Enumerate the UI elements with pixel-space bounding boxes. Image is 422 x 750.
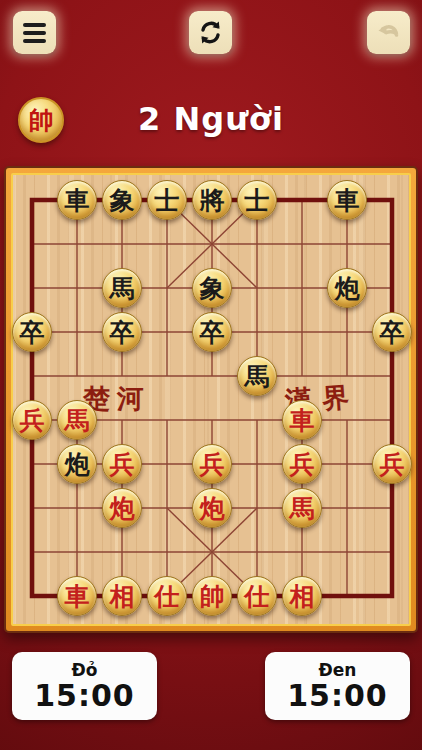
piece-red-r7c6[interactable]: 馬 [282, 488, 322, 528]
xiangqi-board[interactable]: 楚河 漢界 車象士將士車馬象炮卒卒卒卒馬兵馬車炮兵兵兵兵炮炮馬車相仕帥仕相 [11, 173, 411, 626]
piece-red-r9c1[interactable]: 車 [57, 576, 97, 616]
piece-red-r9c4[interactable]: 帥 [192, 576, 232, 616]
piece-black-r0c5[interactable]: 士 [237, 180, 277, 220]
piece-black-r4c5[interactable]: 馬 [237, 356, 277, 396]
piece-black-r6c1[interactable]: 炮 [57, 444, 97, 484]
page-title: 2 Người [0, 100, 422, 138]
undo-button[interactable] [367, 11, 410, 54]
undo-arrow-icon [375, 20, 403, 46]
piece-black-r0c4[interactable]: 將 [192, 180, 232, 220]
red-clock-label: Đỏ [72, 660, 98, 680]
piece-black-r0c3[interactable]: 士 [147, 180, 187, 220]
piece-red-r6c4[interactable]: 兵 [192, 444, 232, 484]
piece-red-r6c2[interactable]: 兵 [102, 444, 142, 484]
board-grid [32, 200, 392, 596]
piece-red-r5c0[interactable]: 兵 [12, 400, 52, 440]
piece-black-r3c0[interactable]: 卒 [12, 312, 52, 352]
hamburger-icon [23, 23, 46, 27]
app-screen: 帥 2 Người [0, 0, 422, 750]
black-clock: Đen 15:00 [265, 652, 410, 720]
piece-red-r7c4[interactable]: 炮 [192, 488, 232, 528]
piece-red-r6c8[interactable]: 兵 [372, 444, 412, 484]
red-clock: Đỏ 15:00 [12, 652, 157, 720]
menu-button[interactable] [13, 11, 56, 54]
piece-black-r0c1[interactable]: 車 [57, 180, 97, 220]
piece-red-r9c2[interactable]: 相 [102, 576, 142, 616]
piece-black-r0c7[interactable]: 車 [327, 180, 367, 220]
piece-red-r6c6[interactable]: 兵 [282, 444, 322, 484]
red-clock-time: 15:00 [34, 680, 135, 712]
black-clock-label: Đen [319, 660, 357, 680]
piece-black-r3c8[interactable]: 卒 [372, 312, 412, 352]
piece-red-r9c6[interactable]: 相 [282, 576, 322, 616]
piece-black-r3c2[interactable]: 卒 [102, 312, 142, 352]
black-clock-time: 15:00 [287, 680, 388, 712]
piece-red-r5c6[interactable]: 車 [282, 400, 322, 440]
new-game-button[interactable] [189, 11, 232, 54]
piece-red-r9c3[interactable]: 仕 [147, 576, 187, 616]
piece-red-r5c1[interactable]: 馬 [57, 400, 97, 440]
piece-red-r7c2[interactable]: 炮 [102, 488, 142, 528]
piece-black-r0c2[interactable]: 象 [102, 180, 142, 220]
piece-black-r2c4[interactable]: 象 [192, 268, 232, 308]
piece-black-r2c2[interactable]: 馬 [102, 268, 142, 308]
refresh-icon [197, 19, 224, 46]
piece-black-r3c4[interactable]: 卒 [192, 312, 232, 352]
piece-red-r9c5[interactable]: 仕 [237, 576, 277, 616]
piece-black-r2c7[interactable]: 炮 [327, 268, 367, 308]
xiangqi-board-frame: 楚河 漢界 車象士將士車馬象炮卒卒卒卒馬兵馬車炮兵兵兵兵炮炮馬車相仕帥仕相 [4, 166, 418, 633]
